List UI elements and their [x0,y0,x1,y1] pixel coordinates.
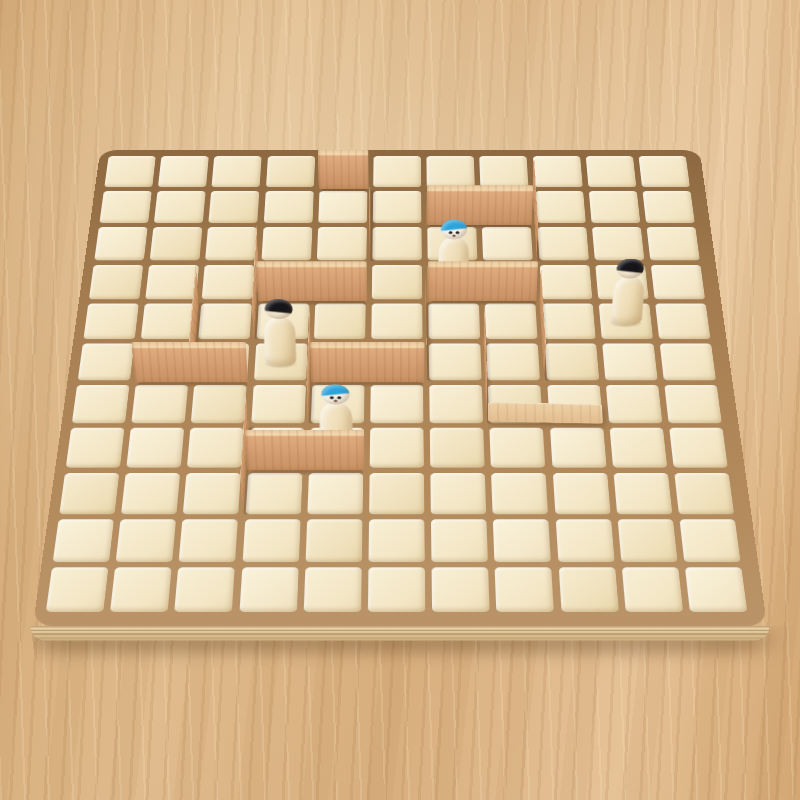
board-cell[interactable] [430,428,485,468]
board-cell[interactable] [205,227,257,260]
board-cell[interactable] [655,303,710,339]
board-cell[interactable] [493,519,551,562]
board-cell[interactable] [179,519,238,562]
board-cell[interactable] [428,303,480,339]
board-cell[interactable] [239,567,298,612]
board-cell[interactable] [314,303,366,339]
wall-stored[interactable] [71,150,75,190]
board-cell[interactable] [372,265,423,300]
board-cell[interactable] [679,519,740,562]
board-cell[interactable] [121,473,180,514]
black-cap-head [616,258,644,278]
board-cell[interactable] [592,227,645,260]
wall-stored[interactable] [60,223,64,263]
board-cell[interactable] [622,567,683,612]
board-cell[interactable] [372,227,422,260]
pawn-body [611,276,645,325]
board-cell[interactable] [542,303,596,339]
board-cell[interactable] [318,191,367,223]
board-cell[interactable] [317,227,367,260]
board-cell[interactable] [535,191,586,223]
board-cell[interactable] [242,519,300,562]
board-cell[interactable] [150,227,203,260]
board-cell[interactable] [305,519,362,562]
pawn-black[interactable] [609,258,648,325]
blue-cap-head [441,219,468,239]
board-front-edge [31,626,770,640]
board-cell[interactable] [431,519,488,562]
wall-shadow [61,301,62,306]
board-cell[interactable] [370,428,424,468]
board-cell[interactable] [126,428,184,468]
board-cell[interactable] [46,567,109,612]
board-cell[interactable] [53,519,114,562]
board-cell[interactable] [104,156,156,187]
board-cell[interactable] [589,191,641,223]
board-cell[interactable] [209,191,260,223]
board-cell[interactable] [110,567,172,612]
wall-shadow [77,189,78,193]
board-cell[interactable] [430,473,486,514]
board-cell[interactable] [266,156,315,187]
board-cell[interactable] [212,156,262,187]
board-cell[interactable] [651,265,705,300]
board-cell[interactable] [532,156,582,187]
board-cell[interactable] [609,428,667,468]
board-cell[interactable] [373,191,422,223]
black-cap-head [264,299,292,319]
wall-stored[interactable] [66,186,70,226]
board-cell[interactable] [369,473,424,514]
board-cell[interactable] [175,567,235,612]
board-cell[interactable] [429,343,482,380]
board-cell[interactable] [491,473,548,514]
board-cell[interactable] [251,385,306,423]
wall-horizontal[interactable] [310,342,425,383]
board-cell[interactable] [537,227,589,260]
board-cell[interactable] [495,567,554,612]
board-cell[interactable] [490,428,546,468]
board-cell[interactable] [187,428,244,468]
board-cell[interactable] [371,303,422,339]
board-cell[interactable] [479,156,528,187]
board-cell[interactable] [558,567,618,612]
board-cell[interactable] [154,191,206,223]
board-cell[interactable] [368,567,426,612]
board-cell[interactable] [191,385,247,423]
table-surface [0,0,800,800]
board-cell[interactable] [158,156,209,187]
blue-cap-head [321,385,350,405]
board-cell[interactable] [685,567,748,612]
board-cell[interactable] [646,227,699,260]
wall-shadow [66,262,67,267]
board-cell[interactable] [485,303,538,339]
board-cell[interactable] [307,473,363,514]
board-cell[interactable] [660,343,717,380]
board-cell[interactable] [72,385,130,423]
board-cell[interactable] [199,303,253,339]
board-cell[interactable] [202,265,255,300]
board-cell[interactable] [261,227,312,260]
wall-stored[interactable] [18,476,33,517]
board-cell[interactable] [368,519,424,562]
wall-shadow [55,341,56,346]
wall-horizontal[interactable] [256,261,367,301]
board-cell[interactable] [373,156,421,187]
board-cell[interactable] [669,428,728,468]
wall-stored[interactable] [48,301,53,341]
board-cell[interactable] [429,385,483,423]
board-cell[interactable] [617,519,677,562]
board-cell[interactable] [664,385,722,423]
board-cell[interactable] [145,265,199,300]
board-cell[interactable] [544,343,599,380]
wall-horizontal[interactable] [245,429,365,470]
pawn-black[interactable] [260,299,297,366]
board-cell[interactable] [94,227,148,260]
wall-flat[interactable] [488,402,603,424]
board-cell[interactable] [131,385,188,423]
wall-stored[interactable] [54,261,58,301]
board-cell[interactable] [141,303,196,339]
pawn-body [263,317,296,366]
board-cell[interactable] [539,265,592,300]
board-cell[interactable] [183,473,241,514]
board-cell[interactable] [555,519,614,562]
board-cell[interactable] [427,156,475,187]
board-cell[interactable] [59,473,119,514]
wall-vertical[interactable] [369,151,370,262]
wall-shadow [72,225,73,229]
board-cell[interactable] [83,303,139,339]
board-cell[interactable] [432,567,490,612]
board-cell[interactable] [303,567,361,612]
board-cell[interactable] [245,473,302,514]
board-cell[interactable] [606,385,663,423]
board-cell[interactable] [89,265,144,300]
board-cell[interactable] [99,191,152,223]
board-cell[interactable] [602,343,658,380]
board-cell[interactable] [613,473,672,514]
board-cell[interactable] [674,473,734,514]
quoridor-board [33,150,767,626]
board-cell[interactable] [550,428,607,468]
board-cell[interactable] [552,473,610,514]
wall-horizontal[interactable] [427,261,538,301]
board-cell[interactable] [487,343,541,380]
board-cell[interactable] [638,156,690,187]
board-cell[interactable] [263,191,313,223]
board-cell[interactable] [66,428,125,468]
board-cell[interactable] [78,343,135,380]
board-cell[interactable] [370,385,423,423]
wall-shadow [35,516,36,522]
board-cell[interactable] [116,519,176,562]
board-cell[interactable] [585,156,636,187]
board-cell[interactable] [482,227,533,260]
board-cell[interactable] [642,191,694,223]
wall-horizontal[interactable] [317,150,368,190]
